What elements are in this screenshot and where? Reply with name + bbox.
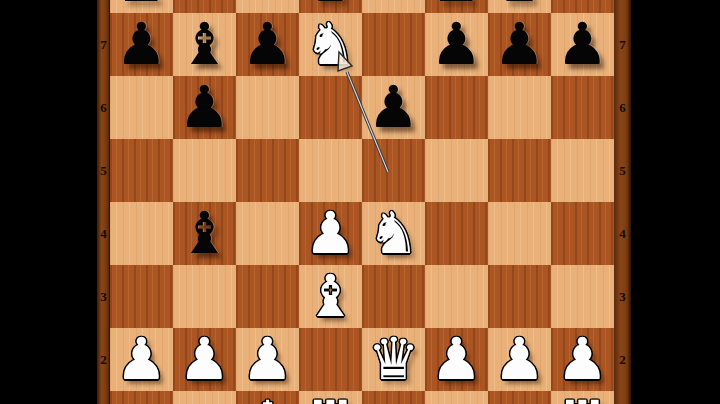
square-c7: ♟ xyxy=(236,13,299,76)
white-rook-d1: ♜ xyxy=(299,391,362,404)
square-d3: ♝ xyxy=(299,265,362,328)
white-pawn-a2: ♟ xyxy=(110,328,173,391)
white-pawn-h2: ♟ xyxy=(551,328,614,391)
square-f1 xyxy=(425,391,488,404)
black-bishop-b4: ♝ xyxy=(173,202,236,265)
white-knight-d7: ♞ xyxy=(299,13,362,76)
square-e3 xyxy=(362,265,425,328)
white-pawn-d4: ♟ xyxy=(299,202,362,265)
square-d6 xyxy=(299,76,362,139)
square-b1 xyxy=(173,391,236,404)
rank-label-4-left: 4 xyxy=(97,225,110,243)
white-pawn-c2: ♟ xyxy=(236,328,299,391)
square-f6 xyxy=(425,76,488,139)
board-frame-right: 765432 xyxy=(614,0,631,404)
chess-board: 765432 ♜♛♜♚♟♝♟♞♟♟♟♟♟♝♟♞♝♟♟♟♛♟♟♟♚♜♜ 76543… xyxy=(97,0,631,404)
square-g4 xyxy=(488,202,551,265)
white-bishop-d3: ♝ xyxy=(299,265,362,328)
square-g3 xyxy=(488,265,551,328)
black-pawn-e6: ♟ xyxy=(362,76,425,139)
board-grid: ♜♛♜♚♟♝♟♞♟♟♟♟♟♝♟♞♝♟♟♟♛♟♟♟♚♜♜ xyxy=(110,0,614,404)
square-d7: ♞ xyxy=(299,13,362,76)
square-g1 xyxy=(488,391,551,404)
square-c3 xyxy=(236,265,299,328)
square-d2 xyxy=(299,328,362,391)
rank-label-4-right: 4 xyxy=(614,225,631,243)
square-g2: ♟ xyxy=(488,328,551,391)
square-c5 xyxy=(236,139,299,202)
rank-label-3-right: 3 xyxy=(614,288,631,306)
square-a4 xyxy=(110,202,173,265)
square-f7: ♟ xyxy=(425,13,488,76)
square-h7: ♟ xyxy=(551,13,614,76)
square-c2: ♟ xyxy=(236,328,299,391)
white-rook-h1: ♜ xyxy=(551,391,614,404)
rank-label-3-left: 3 xyxy=(97,288,110,306)
board-frame-left: 765432 xyxy=(97,0,110,404)
square-d4: ♟ xyxy=(299,202,362,265)
square-b5 xyxy=(173,139,236,202)
white-knight-e4: ♞ xyxy=(362,202,425,265)
white-pawn-b2: ♟ xyxy=(173,328,236,391)
square-b4: ♝ xyxy=(173,202,236,265)
square-h5 xyxy=(551,139,614,202)
black-pawn-f7: ♟ xyxy=(425,13,488,76)
square-a3 xyxy=(110,265,173,328)
square-h1: ♜ xyxy=(551,391,614,404)
square-d1: ♜ xyxy=(299,391,362,404)
square-b2: ♟ xyxy=(173,328,236,391)
square-f5 xyxy=(425,139,488,202)
rank-label-2-right: 2 xyxy=(614,351,631,369)
square-e6: ♟ xyxy=(362,76,425,139)
square-g5 xyxy=(488,139,551,202)
square-e1 xyxy=(362,391,425,404)
white-king-c1: ♚ xyxy=(236,391,299,404)
white-pawn-g2: ♟ xyxy=(488,328,551,391)
square-h3 xyxy=(551,265,614,328)
square-e7 xyxy=(362,13,425,76)
square-b3 xyxy=(173,265,236,328)
square-h4 xyxy=(551,202,614,265)
square-a5 xyxy=(110,139,173,202)
square-g6 xyxy=(488,76,551,139)
square-h6 xyxy=(551,76,614,139)
rank-label-5-right: 5 xyxy=(614,162,631,180)
square-h2: ♟ xyxy=(551,328,614,391)
black-bishop-b7: ♝ xyxy=(173,13,236,76)
square-e2: ♛ xyxy=(362,328,425,391)
rank-label-7-right: 7 xyxy=(614,36,631,54)
square-f4 xyxy=(425,202,488,265)
black-pawn-g7: ♟ xyxy=(488,13,551,76)
rank-label-5-left: 5 xyxy=(97,162,110,180)
rank-label-6-right: 6 xyxy=(614,99,631,117)
rank-label-6-left: 6 xyxy=(97,99,110,117)
square-f3 xyxy=(425,265,488,328)
black-pawn-b6: ♟ xyxy=(173,76,236,139)
square-c6 xyxy=(236,76,299,139)
square-a6 xyxy=(110,76,173,139)
square-g7: ♟ xyxy=(488,13,551,76)
square-e4: ♞ xyxy=(362,202,425,265)
square-d5 xyxy=(299,139,362,202)
black-pawn-a7: ♟ xyxy=(110,13,173,76)
square-a7: ♟ xyxy=(110,13,173,76)
square-c1: ♚ xyxy=(236,391,299,404)
square-c4 xyxy=(236,202,299,265)
white-queen-e2: ♛ xyxy=(362,328,425,391)
rank-label-2-left: 2 xyxy=(97,351,110,369)
square-e5 xyxy=(362,139,425,202)
square-b6: ♟ xyxy=(173,76,236,139)
square-b7: ♝ xyxy=(173,13,236,76)
square-a1 xyxy=(110,391,173,404)
square-f2: ♟ xyxy=(425,328,488,391)
chess-video-frame: 765432 ♜♛♜♚♟♝♟♞♟♟♟♟♟♝♟♞♝♟♟♟♛♟♟♟♚♜♜ 76543… xyxy=(0,0,720,404)
square-e8 xyxy=(362,0,425,13)
black-pawn-c7: ♟ xyxy=(236,13,299,76)
rank-label-7-left: 7 xyxy=(97,36,110,54)
square-a2: ♟ xyxy=(110,328,173,391)
black-pawn-h7: ♟ xyxy=(551,13,614,76)
white-pawn-f2: ♟ xyxy=(425,328,488,391)
